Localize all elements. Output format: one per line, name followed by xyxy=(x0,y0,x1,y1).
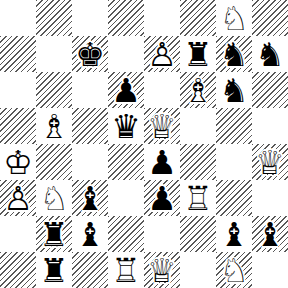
piece-black-queen[interactable]: ♛ xyxy=(108,108,144,144)
square-a1[interactable] xyxy=(0,252,36,288)
piece-halo: ♜ xyxy=(180,180,216,216)
piece-halo: ♟ xyxy=(144,144,180,180)
piece-black-king[interactable]: ♚ xyxy=(72,36,108,72)
piece-white-knight[interactable]: ♘ xyxy=(216,252,252,288)
piece-halo: ♜ xyxy=(36,216,72,252)
piece-white-knight[interactable]: ♘ xyxy=(36,180,72,216)
square-d8[interactable] xyxy=(108,0,144,36)
piece-white-pawn[interactable]: ♙ xyxy=(144,36,180,72)
square-f5[interactable] xyxy=(180,108,216,144)
piece-halo: ♚ xyxy=(0,144,36,180)
square-c7[interactable]: ♚♚ xyxy=(72,36,108,72)
square-h2[interactable]: ♝♝ xyxy=(252,216,288,252)
piece-halo: ♛ xyxy=(252,144,288,180)
square-d4[interactable] xyxy=(108,144,144,180)
square-b7[interactable] xyxy=(36,36,72,72)
square-a8[interactable] xyxy=(0,0,36,36)
piece-halo: ♟ xyxy=(144,36,180,72)
square-c1[interactable] xyxy=(72,252,108,288)
square-d1[interactable]: ♜♖ xyxy=(108,252,144,288)
piece-black-bishop[interactable]: ♝ xyxy=(72,180,108,216)
square-b5[interactable]: ♝♗ xyxy=(36,108,72,144)
piece-halo: ♞ xyxy=(216,0,252,36)
square-a2[interactable] xyxy=(0,216,36,252)
piece-halo: ♟ xyxy=(0,180,36,216)
piece-black-knight[interactable]: ♞ xyxy=(216,72,252,108)
square-h7[interactable]: ♞♞ xyxy=(252,36,288,72)
piece-halo: ♞ xyxy=(216,36,252,72)
square-f4[interactable] xyxy=(180,144,216,180)
piece-halo: ♝ xyxy=(216,216,252,252)
piece-black-rook[interactable]: ♜ xyxy=(36,252,72,288)
square-e8[interactable] xyxy=(144,0,180,36)
piece-black-bishop[interactable]: ♝ xyxy=(252,216,288,252)
piece-halo: ♜ xyxy=(36,252,72,288)
square-g4[interactable] xyxy=(216,144,252,180)
square-f6[interactable]: ♝♗ xyxy=(180,72,216,108)
square-g5[interactable] xyxy=(216,108,252,144)
square-h6[interactable] xyxy=(252,72,288,108)
square-g8[interactable]: ♞♘ xyxy=(216,0,252,36)
square-g2[interactable]: ♝♝ xyxy=(216,216,252,252)
square-d5[interactable]: ♛♛ xyxy=(108,108,144,144)
square-c3[interactable]: ♝♝ xyxy=(72,180,108,216)
square-e3[interactable]: ♟♟ xyxy=(144,180,180,216)
square-c4[interactable] xyxy=(72,144,108,180)
piece-white-rook[interactable]: ♖ xyxy=(180,180,216,216)
piece-white-bishop[interactable]: ♗ xyxy=(180,72,216,108)
piece-halo: ♛ xyxy=(144,252,180,288)
piece-halo: ♛ xyxy=(108,108,144,144)
square-h5[interactable] xyxy=(252,108,288,144)
piece-halo: ♞ xyxy=(216,72,252,108)
square-a7[interactable] xyxy=(0,36,36,72)
square-d2[interactable] xyxy=(108,216,144,252)
square-f7[interactable]: ♜♜ xyxy=(180,36,216,72)
piece-halo: ♝ xyxy=(72,216,108,252)
piece-halo: ♛ xyxy=(144,108,180,144)
square-f3[interactable]: ♜♖ xyxy=(180,180,216,216)
square-g6[interactable]: ♞♞ xyxy=(216,72,252,108)
chess-board: ♞♘♚♚♟♙♜♜♞♞♞♞♟♟♝♗♞♞♝♗♛♛♛♕♚♔♟♟♛♕♟♙♞♘♝♝♟♟♜♖… xyxy=(0,0,288,288)
piece-black-pawn[interactable]: ♟ xyxy=(144,144,180,180)
square-h3[interactable] xyxy=(252,180,288,216)
square-g3[interactable] xyxy=(216,180,252,216)
piece-black-rook[interactable]: ♜ xyxy=(36,216,72,252)
piece-halo: ♚ xyxy=(72,36,108,72)
piece-halo: ♜ xyxy=(108,252,144,288)
square-e6[interactable] xyxy=(144,72,180,108)
square-c6[interactable] xyxy=(72,72,108,108)
square-h4[interactable]: ♛♕ xyxy=(252,144,288,180)
square-e7[interactable]: ♟♙ xyxy=(144,36,180,72)
piece-white-rook[interactable]: ♖ xyxy=(108,252,144,288)
square-f1[interactable] xyxy=(180,252,216,288)
square-b2[interactable]: ♜♜ xyxy=(36,216,72,252)
square-g1[interactable]: ♞♘ xyxy=(216,252,252,288)
square-a5[interactable] xyxy=(0,108,36,144)
piece-halo: ♝ xyxy=(36,108,72,144)
piece-halo: ♝ xyxy=(72,180,108,216)
square-h1[interactable] xyxy=(252,252,288,288)
square-f2[interactable] xyxy=(180,216,216,252)
square-c5[interactable] xyxy=(72,108,108,144)
piece-black-knight[interactable]: ♞ xyxy=(252,36,288,72)
square-d7[interactable] xyxy=(108,36,144,72)
piece-black-bishop[interactable]: ♝ xyxy=(72,216,108,252)
piece-white-queen[interactable]: ♕ xyxy=(252,144,288,180)
piece-halo: ♟ xyxy=(108,72,144,108)
piece-white-pawn[interactable]: ♙ xyxy=(0,180,36,216)
square-a4[interactable]: ♚♔ xyxy=(0,144,36,180)
square-a3[interactable]: ♟♙ xyxy=(0,180,36,216)
square-b1[interactable]: ♜♜ xyxy=(36,252,72,288)
piece-halo: ♜ xyxy=(180,36,216,72)
piece-black-bishop[interactable]: ♝ xyxy=(216,216,252,252)
piece-black-rook[interactable]: ♜ xyxy=(180,36,216,72)
piece-halo: ♞ xyxy=(216,252,252,288)
piece-white-bishop[interactable]: ♗ xyxy=(36,108,72,144)
square-d6[interactable]: ♟♟ xyxy=(108,72,144,108)
piece-black-pawn[interactable]: ♟ xyxy=(144,180,180,216)
square-a6[interactable] xyxy=(0,72,36,108)
piece-white-queen[interactable]: ♕ xyxy=(144,108,180,144)
piece-halo: ♞ xyxy=(36,180,72,216)
square-b3[interactable]: ♞♘ xyxy=(36,180,72,216)
square-b8[interactable] xyxy=(36,0,72,36)
piece-black-pawn[interactable]: ♟ xyxy=(108,72,144,108)
piece-halo: ♝ xyxy=(252,216,288,252)
square-c2[interactable]: ♝♝ xyxy=(72,216,108,252)
square-e2[interactable] xyxy=(144,216,180,252)
square-d3[interactable] xyxy=(108,180,144,216)
square-b6[interactable] xyxy=(36,72,72,108)
square-h8[interactable] xyxy=(252,0,288,36)
piece-white-king[interactable]: ♔ xyxy=(0,144,36,180)
square-e4[interactable]: ♟♟ xyxy=(144,144,180,180)
square-c8[interactable] xyxy=(72,0,108,36)
square-g7[interactable]: ♞♞ xyxy=(216,36,252,72)
piece-halo: ♝ xyxy=(180,72,216,108)
piece-halo: ♞ xyxy=(252,36,288,72)
piece-white-queen[interactable]: ♕ xyxy=(144,252,180,288)
square-f8[interactable] xyxy=(180,0,216,36)
square-e5[interactable]: ♛♕ xyxy=(144,108,180,144)
piece-white-knight[interactable]: ♘ xyxy=(216,0,252,36)
square-e1[interactable]: ♛♕ xyxy=(144,252,180,288)
piece-halo: ♟ xyxy=(144,180,180,216)
piece-black-knight[interactable]: ♞ xyxy=(216,36,252,72)
square-b4[interactable] xyxy=(36,144,72,180)
